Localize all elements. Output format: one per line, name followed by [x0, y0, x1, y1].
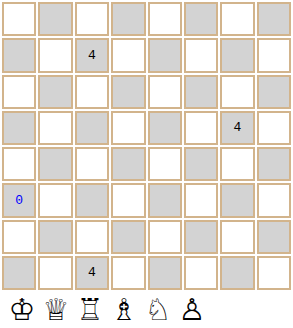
cell-r0c5[interactable]	[184, 2, 218, 36]
cell-r5c4[interactable]	[148, 183, 182, 217]
cell-r2c5[interactable]	[184, 75, 218, 109]
cell-r1c0[interactable]	[2, 38, 36, 72]
cell-r6c2[interactable]	[75, 220, 109, 254]
cell-r6c6[interactable]	[220, 220, 254, 254]
cell-r5c3[interactable]	[111, 183, 145, 217]
tray-piece-white-knight[interactable]: ♘	[141, 292, 175, 327]
clue-number: 4	[88, 49, 96, 62]
cell-r6c1[interactable]	[38, 220, 72, 254]
cell-r0c0[interactable]	[2, 2, 36, 36]
cell-r2c3[interactable]	[111, 75, 145, 109]
cell-r4c7[interactable]	[257, 147, 291, 181]
cell-r3c6[interactable]: 4	[220, 111, 254, 145]
cell-r1c4[interactable]	[148, 38, 182, 72]
cell-r5c0[interactable]: 0	[2, 183, 36, 217]
tray-piece-white-pawn[interactable]: ♙	[175, 292, 209, 327]
puzzle-board: 4404	[0, 0, 293, 292]
cell-r1c2[interactable]: 4	[75, 38, 109, 72]
app: { "game": "chess attack-count placement …	[0, 0, 293, 328]
cell-r3c2[interactable]	[75, 111, 109, 145]
cell-r2c7[interactable]	[257, 75, 291, 109]
cell-r4c4[interactable]	[148, 147, 182, 181]
cell-r2c2[interactable]	[75, 75, 109, 109]
cell-r4c5[interactable]	[184, 147, 218, 181]
tray-piece-white-queen[interactable]: ♕	[39, 292, 73, 327]
cell-r0c3[interactable]	[111, 2, 145, 36]
cell-r0c2[interactable]	[75, 2, 109, 36]
cell-r6c0[interactable]	[2, 220, 36, 254]
cell-r3c5[interactable]	[184, 111, 218, 145]
cell-r5c5[interactable]	[184, 183, 218, 217]
cell-r2c6[interactable]	[220, 75, 254, 109]
cell-r0c1[interactable]	[38, 2, 72, 36]
cell-r3c1[interactable]	[38, 111, 72, 145]
cell-r3c3[interactable]	[111, 111, 145, 145]
cell-r4c6[interactable]	[220, 147, 254, 181]
cell-r1c3[interactable]	[111, 38, 145, 72]
piece-tray: ♔ ♕ ♖ ♗ ♘ ♙	[0, 292, 293, 327]
cell-r6c4[interactable]	[148, 220, 182, 254]
cell-r2c4[interactable]	[148, 75, 182, 109]
cell-r3c0[interactable]	[2, 111, 36, 145]
cell-r6c5[interactable]	[184, 220, 218, 254]
cell-r2c1[interactable]	[38, 75, 72, 109]
clue-number: 0	[15, 194, 23, 207]
cell-r0c6[interactable]	[220, 2, 254, 36]
clue-number: 4	[234, 121, 242, 134]
cell-r3c4[interactable]	[148, 111, 182, 145]
cell-r7c5[interactable]	[184, 256, 218, 290]
cell-r7c1[interactable]	[38, 256, 72, 290]
cell-r7c6[interactable]	[220, 256, 254, 290]
cell-r5c6[interactable]	[220, 183, 254, 217]
cell-r3c7[interactable]	[257, 111, 291, 145]
cell-r7c2[interactable]: 4	[75, 256, 109, 290]
tray-piece-white-king[interactable]: ♔	[5, 292, 39, 327]
cell-r5c2[interactable]	[75, 183, 109, 217]
cell-r6c7[interactable]	[257, 220, 291, 254]
cell-r0c4[interactable]	[148, 2, 182, 36]
cell-r1c1[interactable]	[38, 38, 72, 72]
cell-r7c4[interactable]	[148, 256, 182, 290]
cell-r7c0[interactable]	[2, 256, 36, 290]
cell-r1c5[interactable]	[184, 38, 218, 72]
tray-piece-white-bishop[interactable]: ♗	[107, 292, 141, 327]
cell-r5c7[interactable]	[257, 183, 291, 217]
cell-r7c3[interactable]	[111, 256, 145, 290]
tray-piece-white-rook[interactable]: ♖	[73, 292, 107, 327]
cell-r6c3[interactable]	[111, 220, 145, 254]
cell-r7c7[interactable]	[257, 256, 291, 290]
cell-r1c7[interactable]	[257, 38, 291, 72]
cell-r1c6[interactable]	[220, 38, 254, 72]
cell-r4c0[interactable]	[2, 147, 36, 181]
cell-r4c1[interactable]	[38, 147, 72, 181]
cell-r2c0[interactable]	[2, 75, 36, 109]
cell-r0c7[interactable]	[257, 2, 291, 36]
cell-r5c1[interactable]	[38, 183, 72, 217]
cell-r4c3[interactable]	[111, 147, 145, 181]
clue-number: 4	[88, 266, 96, 279]
cell-r4c2[interactable]	[75, 147, 109, 181]
